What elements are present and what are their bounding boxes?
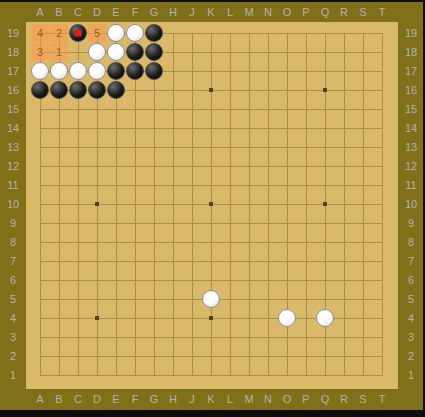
move-number-square[interactable]: 4 — [31, 24, 49, 42]
coordinate-label-left: 14 — [7, 123, 19, 134]
coordinate-label-bottom: T — [379, 394, 386, 405]
coordinate-label-right: 15 — [405, 104, 417, 115]
coordinate-label-left: 15 — [7, 104, 19, 115]
grid-line — [40, 280, 383, 281]
coordinate-label-right: 6 — [408, 275, 414, 286]
white-stone[interactable] — [107, 43, 125, 61]
coordinate-label-top: B — [55, 7, 62, 18]
black-stone[interactable] — [107, 81, 125, 99]
coordinate-label-top: T — [379, 7, 386, 18]
coordinate-label-right: 13 — [405, 142, 417, 153]
coordinate-label-left: 7 — [10, 256, 16, 267]
current-move-marker — [75, 30, 82, 37]
coordinate-label-right: 7 — [408, 256, 414, 267]
coordinate-label-top: D — [93, 7, 101, 18]
white-stone[interactable] — [69, 62, 87, 80]
coordinate-label-left: 4 — [10, 313, 16, 324]
black-stone[interactable] — [50, 81, 68, 99]
black-stone[interactable] — [107, 62, 125, 80]
coordinate-label-left: 16 — [7, 85, 19, 96]
coordinate-label-right: 5 — [408, 294, 414, 305]
black-stone[interactable] — [31, 81, 49, 99]
white-stone[interactable] — [107, 24, 125, 42]
coordinate-label-top: P — [302, 7, 309, 18]
coordinate-label-top: J — [189, 7, 195, 18]
coordinate-label-bottom: C — [74, 394, 82, 405]
coordinate-label-left: 3 — [10, 332, 16, 343]
coordinate-label-bottom: D — [93, 394, 101, 405]
coordinate-label-right: 4 — [408, 313, 414, 324]
white-stone[interactable] — [31, 62, 49, 80]
move-number-square[interactable]: 1 — [50, 43, 68, 61]
grid-line — [306, 33, 307, 376]
go-board[interactable]: 12345 — [26, 22, 398, 389]
coordinate-label-right: 14 — [405, 123, 417, 134]
white-stone[interactable] — [88, 43, 106, 61]
star-point — [323, 202, 327, 206]
star-point — [209, 316, 213, 320]
coordinate-label-bottom: G — [150, 394, 159, 405]
coordinate-label-right: 10 — [405, 199, 417, 210]
black-stone[interactable] — [145, 62, 163, 80]
coordinate-label-top: Q — [321, 7, 330, 18]
coordinate-label-right: 1 — [408, 370, 414, 381]
coordinate-label-top: H — [169, 7, 177, 18]
black-stone[interactable] — [145, 43, 163, 61]
coordinate-label-left: 5 — [10, 294, 16, 305]
coordinate-label-right: 2 — [408, 351, 414, 362]
coordinate-label-top: M — [244, 7, 253, 18]
grid-line — [249, 33, 250, 376]
coordinate-label-bottom: E — [112, 394, 119, 405]
white-stone[interactable] — [202, 290, 220, 308]
coordinate-label-left: 11 — [7, 180, 18, 191]
coordinate-label-left: 18 — [7, 47, 19, 58]
grid-line — [40, 223, 383, 224]
coordinate-label-left: 13 — [7, 142, 19, 153]
star-point — [209, 88, 213, 92]
white-stone[interactable] — [88, 62, 106, 80]
coordinate-label-bottom: O — [283, 394, 292, 405]
coordinate-label-left: 8 — [10, 237, 16, 248]
coordinate-label-right: 18 — [405, 47, 417, 58]
coordinate-label-left: 12 — [7, 161, 19, 172]
coordinate-label-left: 17 — [7, 66, 19, 77]
coordinate-label-bottom: P — [302, 394, 309, 405]
black-stone[interactable] — [69, 81, 87, 99]
grid-line — [344, 33, 345, 376]
coordinate-label-bottom: L — [227, 394, 233, 405]
coordinate-label-bottom: J — [189, 394, 195, 405]
move-number-square[interactable]: 3 — [31, 43, 49, 61]
coordinate-label-top: E — [112, 7, 119, 18]
coordinate-label-right: 17 — [405, 66, 417, 77]
white-stone[interactable] — [316, 309, 334, 327]
coordinate-label-bottom: K — [207, 394, 214, 405]
coordinate-label-bottom: A — [36, 394, 43, 405]
coordinate-label-top: S — [359, 7, 366, 18]
coordinate-label-left: 2 — [10, 351, 16, 362]
coordinate-label-bottom: F — [132, 394, 139, 405]
coordinate-label-top: C — [74, 7, 82, 18]
coordinate-label-top: R — [340, 7, 348, 18]
grid-line — [40, 356, 383, 357]
coordinate-label-top: O — [283, 7, 292, 18]
grid-line — [363, 33, 364, 376]
coordinate-label-bottom: H — [169, 394, 177, 405]
move-number-square[interactable]: 5 — [88, 24, 106, 42]
star-point — [95, 202, 99, 206]
coordinate-label-left: 1 — [10, 370, 16, 381]
coordinate-label-top: G — [150, 7, 159, 18]
coordinate-label-left: 10 — [7, 199, 19, 210]
coordinate-label-top: K — [207, 7, 214, 18]
coordinate-label-right: 12 — [405, 161, 417, 172]
coordinate-label-top: F — [132, 7, 139, 18]
grid-line — [230, 33, 231, 376]
coordinate-label-top: L — [227, 7, 233, 18]
grid-line — [40, 261, 383, 262]
grid-line — [40, 375, 383, 376]
grid-line — [382, 33, 383, 376]
white-stone[interactable] — [126, 24, 144, 42]
coordinate-label-right: 3 — [408, 332, 414, 343]
grid-line — [40, 242, 383, 243]
black-stone[interactable] — [88, 81, 106, 99]
black-stone[interactable] — [145, 24, 163, 42]
coordinate-label-bottom: Q — [321, 394, 330, 405]
coordinate-label-bottom: B — [55, 394, 62, 405]
coordinate-label-right: 8 — [408, 237, 414, 248]
coordinate-label-top: A — [36, 7, 43, 18]
coordinate-label-right: 9 — [408, 218, 414, 229]
coordinate-label-right: 16 — [405, 85, 417, 96]
star-point — [323, 88, 327, 92]
go-app-screenshot: { "game": "go", "board": { "size": 19, "… — [0, 0, 425, 417]
coordinate-label-bottom: N — [264, 394, 272, 405]
move-number-square[interactable]: 2 — [50, 24, 68, 42]
coordinate-label-left: 6 — [10, 275, 16, 286]
coordinate-label-left: 19 — [7, 28, 19, 39]
star-point — [95, 316, 99, 320]
grid-line — [40, 337, 383, 338]
white-stone[interactable] — [50, 62, 68, 80]
coordinate-label-right: 11 — [405, 180, 416, 191]
white-stone[interactable] — [278, 309, 296, 327]
coordinate-label-top: N — [264, 7, 272, 18]
coordinate-label-bottom: S — [359, 394, 366, 405]
star-point — [209, 202, 213, 206]
coordinate-label-bottom: M — [244, 394, 253, 405]
coordinate-label-bottom: R — [340, 394, 348, 405]
coordinate-label-left: 9 — [10, 218, 16, 229]
black-stone[interactable] — [126, 43, 144, 61]
grid-line — [268, 33, 269, 376]
coordinate-label-right: 19 — [405, 28, 417, 39]
black-stone[interactable] — [126, 62, 144, 80]
